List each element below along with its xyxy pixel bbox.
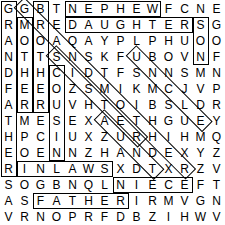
grid-cell[interactable]: Z xyxy=(65,81,81,97)
grid-cell[interactable]: R xyxy=(113,193,129,209)
grid-cell[interactable]: E xyxy=(129,1,145,17)
grid-cell[interactable]: M xyxy=(145,81,161,97)
grid-cell[interactable]: H xyxy=(177,209,193,225)
grid-cell[interactable]: E xyxy=(17,81,33,97)
grid-cell[interactable]: R xyxy=(177,161,193,177)
grid-cell[interactable]: S xyxy=(81,49,97,65)
grid-cell[interactable]: D xyxy=(129,161,145,177)
grid-cell[interactable]: S xyxy=(161,97,177,113)
grid-cell[interactable]: T xyxy=(129,113,145,129)
grid-cell[interactable]: D xyxy=(193,97,209,113)
grid-cell[interactable]: M xyxy=(193,129,209,145)
grid-cell[interactable]: U xyxy=(177,113,193,129)
grid-cell[interactable]: L xyxy=(97,177,113,193)
grid-cell[interactable]: A xyxy=(1,33,17,49)
grid-cell[interactable]: B xyxy=(145,49,161,65)
grid-cell[interactable]: E xyxy=(81,1,97,17)
grid-cell[interactable]: N xyxy=(33,209,49,225)
grid-cell[interactable]: V xyxy=(1,209,17,225)
grid-cell[interactable]: X xyxy=(113,161,129,177)
grid-cell[interactable]: F xyxy=(97,209,113,225)
grid-cell[interactable]: L xyxy=(177,97,193,113)
grid-cell[interactable]: I xyxy=(49,129,65,145)
grid-cell[interactable]: Z xyxy=(97,129,113,145)
grid-cell[interactable]: R xyxy=(129,129,145,145)
grid-cell[interactable]: R xyxy=(209,97,225,113)
grid-cell[interactable]: N xyxy=(113,177,129,193)
grid-cell[interactable]: P xyxy=(17,129,33,145)
grid-cell[interactable]: C xyxy=(177,1,193,17)
grid-cell[interactable]: A xyxy=(113,145,129,161)
grid-cell[interactable]: V xyxy=(177,193,193,209)
grid-cell[interactable]: I xyxy=(65,65,81,81)
grid-cell[interactable]: V xyxy=(193,81,209,97)
grid-cell[interactable]: F xyxy=(1,81,17,97)
grid-cell[interactable]: M xyxy=(17,113,33,129)
grid-cell[interactable]: N xyxy=(65,1,81,17)
grid-cell[interactable]: X xyxy=(177,145,193,161)
grid-cell[interactable]: L xyxy=(49,161,65,177)
grid-cell[interactable]: O xyxy=(17,145,33,161)
grid-cell[interactable]: H xyxy=(129,17,145,33)
grid-cell[interactable]: G xyxy=(1,1,17,17)
grid-cell[interactable]: I xyxy=(129,193,145,209)
grid-cell[interactable]: N xyxy=(209,193,225,209)
grid-cell[interactable]: O xyxy=(17,177,33,193)
grid-cell[interactable]: P xyxy=(65,209,81,225)
grid-cell[interactable]: N xyxy=(33,161,49,177)
grid-cell[interactable]: U xyxy=(97,17,113,33)
grid-cell[interactable]: K xyxy=(97,49,113,65)
grid-cell[interactable]: H xyxy=(177,129,193,145)
grid-cell[interactable]: O xyxy=(113,97,129,113)
grid-cell[interactable]: S xyxy=(1,177,17,193)
word-search-board: GGBTNEPHEWFCNERMREDAUGHTERSGAOOAQAYPLPHU… xyxy=(0,0,225,225)
grid-cell[interactable]: R xyxy=(17,209,33,225)
grid-cell[interactable]: S xyxy=(49,49,65,65)
grid-cell[interactable]: I xyxy=(161,209,177,225)
grid-cell[interactable]: C xyxy=(33,129,49,145)
grid-cell[interactable]: T xyxy=(49,1,65,17)
grid-cell[interactable]: N xyxy=(65,177,81,193)
grid-cell[interactable]: Q xyxy=(65,33,81,49)
grid-cell[interactable]: N xyxy=(161,65,177,81)
grid-cell[interactable]: N xyxy=(65,145,81,161)
grid-cell[interactable]: E xyxy=(65,113,81,129)
grid-cell[interactable]: X xyxy=(81,129,97,145)
grid-cell[interactable]: P xyxy=(97,1,113,17)
grid-cell[interactable]: S xyxy=(97,161,113,177)
grid-cell[interactable]: R xyxy=(81,209,97,225)
grid-cell[interactable]: A xyxy=(81,33,97,49)
grid-cell[interactable]: E xyxy=(33,145,49,161)
grid-cell[interactable]: R xyxy=(177,17,193,33)
grid-cell[interactable]: R xyxy=(145,193,161,209)
grid-cell[interactable]: H xyxy=(97,145,113,161)
grid-cell[interactable]: I xyxy=(161,129,177,145)
grid-cell[interactable]: N xyxy=(49,145,65,161)
grid-cell[interactable]: N xyxy=(65,49,81,65)
grid-cell[interactable]: X xyxy=(161,161,177,177)
grid-cell[interactable]: T xyxy=(17,49,33,65)
grid-cell[interactable]: F xyxy=(113,49,129,65)
grid-cell[interactable]: O xyxy=(17,33,33,49)
grid-cell[interactable]: J xyxy=(177,81,193,97)
grid-cell[interactable]: E xyxy=(33,81,49,97)
grid-cell[interactable]: I xyxy=(129,97,145,113)
grid-cell[interactable]: F xyxy=(113,65,129,81)
grid-cell[interactable]: V xyxy=(65,97,81,113)
grid-cell[interactable]: K xyxy=(129,81,145,97)
grid-cell[interactable]: Z xyxy=(145,209,161,225)
grid-cell[interactable]: P xyxy=(113,33,129,49)
grid-cell[interactable]: B xyxy=(129,209,145,225)
grid-cell[interactable]: R xyxy=(33,17,49,33)
grid-cell[interactable]: P xyxy=(145,33,161,49)
grid-cell[interactable]: W xyxy=(81,161,97,177)
grid-cell[interactable]: H xyxy=(113,1,129,17)
grid-cell[interactable]: T xyxy=(33,49,49,65)
grid-cell[interactable]: S xyxy=(193,17,209,33)
grid-cell[interactable]: P xyxy=(209,81,225,97)
grid-cell[interactable]: E xyxy=(145,177,161,193)
grid-cell[interactable]: Y xyxy=(97,33,113,49)
grid-cell[interactable]: V xyxy=(177,49,193,65)
grid-cell[interactable]: A xyxy=(49,33,65,49)
grid-cell[interactable]: R xyxy=(33,97,49,113)
grid-cell[interactable]: S xyxy=(129,65,145,81)
grid-cell[interactable]: I xyxy=(17,161,33,177)
grid-cell[interactable]: E xyxy=(161,17,177,33)
grid-cell[interactable]: U xyxy=(49,97,65,113)
grid-cell[interactable]: Y xyxy=(193,145,209,161)
grid-cell[interactable]: O xyxy=(49,81,65,97)
grid-cell[interactable]: L xyxy=(129,33,145,49)
grid-cell[interactable]: G xyxy=(113,17,129,33)
grid-cell[interactable]: T xyxy=(145,161,161,177)
grid-cell[interactable]: B xyxy=(49,177,65,193)
grid-cell[interactable]: E xyxy=(33,113,49,129)
grid-cell[interactable]: H xyxy=(33,65,49,81)
grid-cell[interactable]: U xyxy=(113,129,129,145)
grid-cell[interactable]: O xyxy=(49,209,65,225)
grid-cell[interactable]: H xyxy=(17,65,33,81)
grid-cell[interactable]: G xyxy=(193,193,209,209)
grid-cell[interactable]: Z xyxy=(193,161,209,177)
grid-cell[interactable]: G xyxy=(161,113,177,129)
grid-cell[interactable]: C xyxy=(161,177,177,193)
grid-cell[interactable]: S xyxy=(177,65,193,81)
grid-cell[interactable]: S xyxy=(17,193,33,209)
grid-cell[interactable]: D xyxy=(145,145,161,161)
grid-cell[interactable]: T xyxy=(97,97,113,113)
grid-cell[interactable]: Z xyxy=(209,145,225,161)
grid-cell[interactable]: A xyxy=(49,193,65,209)
grid-cell[interactable]: V xyxy=(209,209,225,225)
grid-cell[interactable]: C xyxy=(49,65,65,81)
grid-cell[interactable]: N xyxy=(129,145,145,161)
grid-cell[interactable]: H xyxy=(145,113,161,129)
grid-cell[interactable]: W xyxy=(193,209,209,225)
grid-cell[interactable]: T xyxy=(145,17,161,33)
grid-cell[interactable]: V xyxy=(209,161,225,177)
grid-cell[interactable]: E xyxy=(97,193,113,209)
grid-cell[interactable]: Q xyxy=(209,129,225,145)
grid-cell[interactable]: F xyxy=(161,1,177,17)
grid-cell[interactable]: O xyxy=(33,33,49,49)
grid-cell[interactable]: T xyxy=(209,177,225,193)
grid-cell[interactable]: N xyxy=(1,49,17,65)
grid-cell[interactable]: I xyxy=(129,177,145,193)
grid-cell[interactable]: G xyxy=(209,17,225,33)
grid-cell[interactable]: H xyxy=(1,129,17,145)
grid-cell[interactable]: G xyxy=(17,1,33,17)
grid-cell[interactable]: S xyxy=(49,113,65,129)
grid-cell[interactable]: E xyxy=(209,1,225,17)
grid-cell[interactable]: D xyxy=(1,65,17,81)
grid-cell[interactable]: M xyxy=(97,81,113,97)
grid-cell[interactable]: F xyxy=(33,193,49,209)
grid-cell[interactable]: E xyxy=(113,113,129,129)
grid-cell[interactable]: Z xyxy=(81,145,97,161)
grid-cell[interactable]: Y xyxy=(209,113,225,129)
grid-cell[interactable]: U xyxy=(177,33,193,49)
grid-cell[interactable]: A xyxy=(65,161,81,177)
grid-cell[interactable]: M xyxy=(17,17,33,33)
grid-cell[interactable]: T xyxy=(65,193,81,209)
grid-cell[interactable]: H xyxy=(81,193,97,209)
grid-cell[interactable]: D xyxy=(65,17,81,33)
grid-cell[interactable]: S xyxy=(81,81,97,97)
grid-cell[interactable]: W xyxy=(145,1,161,17)
grid-cell[interactable]: A xyxy=(1,193,17,209)
letter-grid: GGBTNEPHEWFCNERMREDAUGHTERSGAOOAQAYPLPHU… xyxy=(1,1,225,225)
grid-cell[interactable]: A xyxy=(97,113,113,129)
grid-cell[interactable]: D xyxy=(113,209,129,225)
grid-cell[interactable]: U xyxy=(129,49,145,65)
grid-cell[interactable]: T xyxy=(1,113,17,129)
grid-cell[interactable]: D xyxy=(81,65,97,81)
grid-cell[interactable]: E xyxy=(161,145,177,161)
grid-cell[interactable]: T xyxy=(97,65,113,81)
grid-cell[interactable]: H xyxy=(161,33,177,49)
grid-cell[interactable]: N xyxy=(209,65,225,81)
grid-cell[interactable]: M xyxy=(193,65,209,81)
grid-cell[interactable]: F xyxy=(209,49,225,65)
grid-cell[interactable]: B xyxy=(33,1,49,17)
grid-cell[interactable]: N xyxy=(193,1,209,17)
grid-cell[interactable]: E xyxy=(193,113,209,129)
grid-cell[interactable]: H xyxy=(81,97,97,113)
grid-cell[interactable]: R xyxy=(1,17,17,33)
grid-cell[interactable]: E xyxy=(49,17,65,33)
grid-cell[interactable]: N xyxy=(145,65,161,81)
grid-cell[interactable]: E xyxy=(1,145,17,161)
grid-cell[interactable]: R xyxy=(1,161,17,177)
grid-cell[interactable]: O xyxy=(161,49,177,65)
grid-cell[interactable]: B xyxy=(145,97,161,113)
grid-cell[interactable]: G xyxy=(33,177,49,193)
grid-cell[interactable]: C xyxy=(161,81,177,97)
grid-cell[interactable]: Q xyxy=(81,177,97,193)
grid-cell[interactable]: N xyxy=(193,49,209,65)
grid-cell[interactable]: X xyxy=(81,113,97,129)
grid-cell[interactable]: U xyxy=(65,129,81,145)
grid-cell[interactable]: O xyxy=(193,33,209,49)
grid-cell[interactable]: F xyxy=(193,177,209,193)
grid-cell[interactable]: A xyxy=(1,97,17,113)
grid-cell[interactable]: H xyxy=(145,129,161,145)
grid-cell[interactable]: I xyxy=(113,81,129,97)
grid-cell[interactable]: O xyxy=(209,33,225,49)
grid-cell[interactable]: R xyxy=(17,97,33,113)
grid-cell[interactable]: A xyxy=(81,17,97,33)
grid-cell[interactable]: E xyxy=(177,177,193,193)
grid-cell[interactable]: M xyxy=(161,193,177,209)
